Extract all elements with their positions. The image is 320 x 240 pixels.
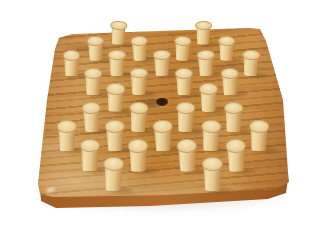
board-row — [0, 78, 320, 98]
peg-top-face — [225, 138, 246, 152]
peg-top-face — [175, 67, 193, 78]
peg-top-face — [104, 119, 124, 132]
photo-background — [0, 0, 320, 240]
peg-top-face — [221, 67, 239, 78]
peg-top-face — [199, 83, 218, 95]
peg-top-face — [63, 50, 81, 60]
board-row — [0, 45, 320, 63]
peg[interactable] — [202, 157, 223, 194]
board-row — [0, 30, 320, 45]
board-row — [0, 62, 320, 78]
peg-top-face — [130, 68, 148, 79]
peg-top-face — [80, 139, 100, 153]
board-row — [0, 154, 320, 188]
peg-top-face — [201, 119, 221, 133]
peg-top-face — [84, 67, 102, 78]
peg-top-face — [152, 119, 172, 133]
peg-top-face — [195, 20, 212, 29]
peg-top-face — [128, 139, 149, 153]
board-row — [0, 135, 320, 154]
peg-top-face — [249, 119, 269, 132]
board-row — [0, 98, 320, 116]
peg-top-face — [176, 139, 197, 153]
pegs-layer — [0, 14, 320, 188]
peg-top-face — [56, 119, 76, 132]
board-row — [0, 115, 320, 135]
peg-top-face — [106, 83, 125, 95]
board-row — [0, 14, 320, 30]
peg[interactable] — [103, 157, 124, 194]
peg-top-face — [110, 20, 127, 30]
